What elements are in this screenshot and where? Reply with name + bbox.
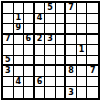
sudoku-board: 57149762315387463 — [1, 1, 100, 100]
cell-r1c8-empty[interactable] — [77, 3, 88, 14]
cell-r3c2-given-9: 9 — [14, 24, 25, 35]
cell-r7c8-empty[interactable] — [77, 66, 88, 77]
cell-r9c7-given-3: 3 — [66, 87, 77, 98]
cell-r7c9-given-7: 7 — [87, 66, 98, 77]
cell-r5c8-given-1: 1 — [77, 45, 88, 56]
cell-r9c4-empty[interactable] — [35, 87, 46, 98]
cell-r5c2-empty[interactable] — [14, 45, 25, 56]
cell-r2c8-empty[interactable] — [77, 14, 88, 25]
cell-r4c3-given-6: 6 — [24, 35, 35, 46]
cell-r9c5-empty[interactable] — [45, 87, 56, 98]
cell-r7c6-empty[interactable] — [56, 66, 67, 77]
cell-r5c9-empty[interactable] — [87, 45, 98, 56]
cell-r2c7-empty[interactable] — [66, 14, 77, 25]
cell-r3c7-empty[interactable] — [66, 24, 77, 35]
cell-r8c3-empty[interactable] — [24, 77, 35, 88]
cell-r7c3-empty[interactable] — [24, 66, 35, 77]
cell-r5c6-empty[interactable] — [56, 45, 67, 56]
cell-r5c5-empty[interactable] — [45, 45, 56, 56]
cell-r4c6-empty[interactable] — [56, 35, 67, 46]
cell-r9c9-empty[interactable] — [87, 87, 98, 98]
cell-r7c4-empty[interactable] — [35, 66, 46, 77]
cell-r8c4-given-6: 6 — [35, 77, 46, 88]
cell-r7c2-empty[interactable] — [14, 66, 25, 77]
cell-r5c7-empty[interactable] — [66, 45, 77, 56]
cell-r3c3-empty[interactable] — [24, 24, 35, 35]
cell-r6c8-empty[interactable] — [77, 56, 88, 67]
cell-r4c7-empty[interactable] — [66, 35, 77, 46]
cell-r1c5-given-5: 5 — [45, 3, 56, 14]
cell-r2c5-empty[interactable] — [45, 14, 56, 25]
cell-r4c9-empty[interactable] — [87, 35, 98, 46]
cell-r1c4-empty[interactable] — [35, 3, 46, 14]
cell-r1c3-empty[interactable] — [24, 3, 35, 14]
cell-r8c2-given-4: 4 — [14, 77, 25, 88]
cell-r6c2-empty[interactable] — [14, 56, 25, 67]
cell-r1c1-empty[interactable] — [3, 3, 14, 14]
cell-r8c6-empty[interactable] — [56, 77, 67, 88]
cell-r6c1-given-5: 5 — [3, 56, 14, 67]
cell-r3c6-empty[interactable] — [56, 24, 67, 35]
cell-r9c8-empty[interactable] — [77, 87, 88, 98]
cell-r2c4-given-4: 4 — [35, 14, 46, 25]
cell-r6c4-empty[interactable] — [35, 56, 46, 67]
cell-r4c4-given-2: 2 — [35, 35, 46, 46]
cell-r3c1-empty[interactable] — [3, 24, 14, 35]
cell-r3c8-empty[interactable] — [77, 24, 88, 35]
cell-r5c3-empty[interactable] — [24, 45, 35, 56]
cell-r9c6-empty[interactable] — [56, 87, 67, 98]
cell-r2c6-empty[interactable] — [56, 14, 67, 25]
cell-r3c9-empty[interactable] — [87, 24, 98, 35]
cell-r1c7-given-7: 7 — [66, 3, 77, 14]
cell-r5c4-empty[interactable] — [35, 45, 46, 56]
cell-r4c1-given-7: 7 — [3, 35, 14, 46]
cell-r2c1-empty[interactable] — [3, 14, 14, 25]
cell-r3c5-empty[interactable] — [45, 24, 56, 35]
cell-r9c2-empty[interactable] — [14, 87, 25, 98]
cell-r1c6-empty[interactable] — [56, 3, 67, 14]
cell-r6c9-empty[interactable] — [87, 56, 98, 67]
cell-r8c7-empty[interactable] — [66, 77, 77, 88]
cell-r6c3-empty[interactable] — [24, 56, 35, 67]
cell-r6c6-empty[interactable] — [56, 56, 67, 67]
cell-r3c4-empty[interactable] — [35, 24, 46, 35]
cell-r4c5-given-3: 3 — [45, 35, 56, 46]
cell-r5c1-empty[interactable] — [3, 45, 14, 56]
cell-r7c5-empty[interactable] — [45, 66, 56, 77]
cell-r9c3-empty[interactable] — [24, 87, 35, 98]
cell-r2c9-empty[interactable] — [87, 14, 98, 25]
cell-r2c2-given-1: 1 — [14, 14, 25, 25]
cell-r6c7-empty[interactable] — [66, 56, 77, 67]
cell-r1c9-empty[interactable] — [87, 3, 98, 14]
cell-r8c9-empty[interactable] — [87, 77, 98, 88]
cell-r9c1-empty[interactable] — [3, 87, 14, 98]
cell-r7c1-given-3: 3 — [3, 66, 14, 77]
cell-r6c5-empty[interactable] — [45, 56, 56, 67]
cell-r8c5-empty[interactable] — [45, 77, 56, 88]
cell-r1c2-empty[interactable] — [14, 3, 25, 14]
cell-r8c8-empty[interactable] — [77, 77, 88, 88]
cell-r4c8-empty[interactable] — [77, 35, 88, 46]
cell-r2c3-empty[interactable] — [24, 14, 35, 25]
cell-r7c7-given-8: 8 — [66, 66, 77, 77]
cell-r4c2-empty[interactable] — [14, 35, 25, 46]
cell-r8c1-empty[interactable] — [3, 77, 14, 88]
